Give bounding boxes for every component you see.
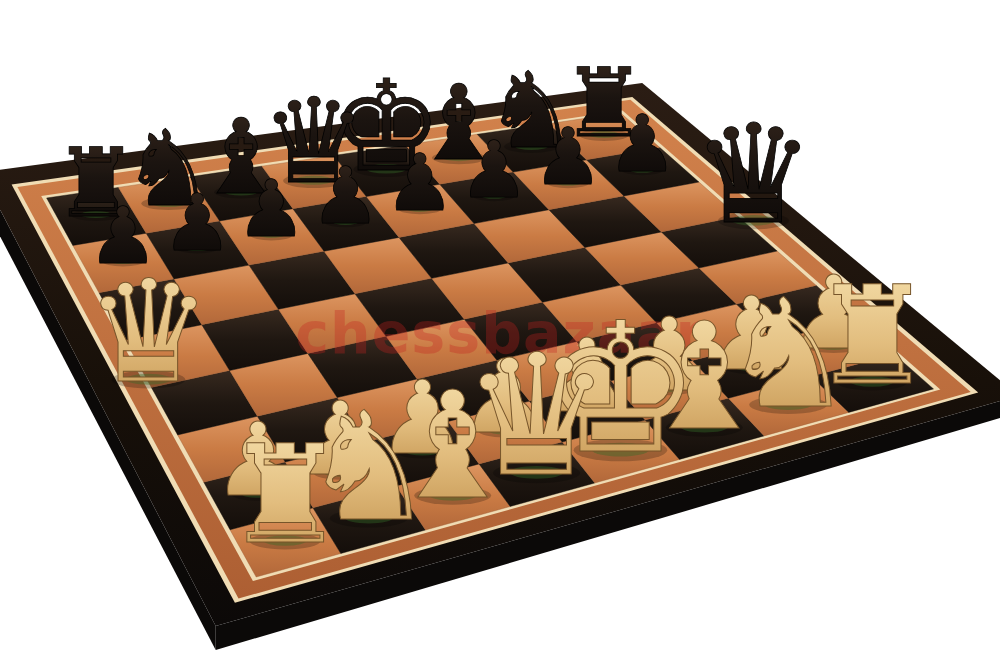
piece-black-pawn-f7: ♟ [459, 124, 530, 216]
piece-black-pawn-e7: ♟ [384, 137, 455, 229]
piece-white-queen-spare: ♛ [85, 249, 212, 414]
piece-black-pawn-g7: ♟ [533, 111, 604, 203]
piece-black-pawn-c7: ♟ [236, 163, 307, 255]
board-scene: chessbazaar ♜♞♝♚♟♛♟♝♟♞♟♜♛♟♟♟♟♟♟♛♜♟♞♟♝♟♚♟… [0, 0, 1000, 667]
piece-black-pawn-h7: ♟ [607, 98, 678, 190]
chess-set-product-photo: chessbazaar ♜♞♝♚♟♛♟♝♟♞♟♜♛♟♟♟♟♟♟♛♜♟♞♟♝♟♚♟… [0, 0, 1000, 667]
piece-black-queen-spare: ♛ [692, 95, 815, 254]
piece-white-rook-a1: ♜ [224, 416, 346, 574]
piece-black-pawn-d7: ♟ [310, 150, 381, 242]
